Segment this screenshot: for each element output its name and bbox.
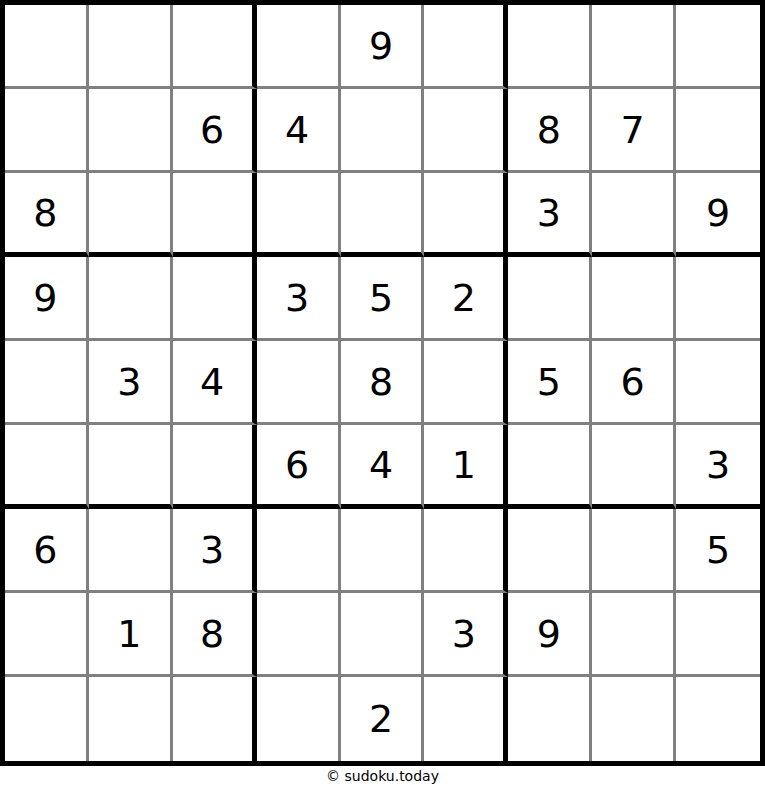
cell-r4c2[interactable] <box>89 257 173 341</box>
cell-r6c7[interactable] <box>508 425 592 509</box>
cell-r6c2[interactable] <box>89 425 173 509</box>
cell-r1c3[interactable] <box>173 5 257 89</box>
cell-r3c6[interactable] <box>424 173 508 257</box>
given-digit-r5c7[interactable]: 5 <box>508 341 592 425</box>
given-digit-r3c9[interactable]: 9 <box>676 173 760 257</box>
cell-r4c9[interactable] <box>676 257 760 341</box>
cell-r7c8[interactable] <box>592 509 676 593</box>
cell-r9c4[interactable] <box>257 677 341 761</box>
given-digit-r2c4[interactable]: 4 <box>257 89 341 173</box>
cell-r4c3[interactable] <box>173 257 257 341</box>
cell-r1c4[interactable] <box>257 5 341 89</box>
given-digit-r4c1[interactable]: 9 <box>5 257 89 341</box>
cell-r8c9[interactable] <box>676 593 760 677</box>
given-digit-r5c3[interactable]: 4 <box>173 341 257 425</box>
cell-r8c1[interactable] <box>5 593 89 677</box>
given-digit-r5c8[interactable]: 6 <box>592 341 676 425</box>
cell-r2c2[interactable] <box>89 89 173 173</box>
footer-credit-text: © sudoku.today <box>326 768 439 784</box>
cell-r7c2[interactable] <box>89 509 173 593</box>
cell-r9c7[interactable] <box>508 677 592 761</box>
cell-r2c9[interactable] <box>676 89 760 173</box>
cell-r9c3[interactable] <box>173 677 257 761</box>
given-digit-r6c5[interactable]: 4 <box>341 425 425 509</box>
cell-r6c8[interactable] <box>592 425 676 509</box>
footer-credit: © sudoku.today <box>0 766 765 785</box>
cell-r5c1[interactable] <box>5 341 89 425</box>
cell-r4c7[interactable] <box>508 257 592 341</box>
given-digit-r7c3[interactable]: 3 <box>173 509 257 593</box>
given-digit-r3c7[interactable]: 3 <box>508 173 592 257</box>
cell-r7c7[interactable] <box>508 509 592 593</box>
cell-r8c8[interactable] <box>592 593 676 677</box>
given-digit-r7c1[interactable]: 6 <box>5 509 89 593</box>
cell-r3c3[interactable] <box>173 173 257 257</box>
cell-r5c9[interactable] <box>676 341 760 425</box>
given-digit-r6c6[interactable]: 1 <box>424 425 508 509</box>
cell-r9c8[interactable] <box>592 677 676 761</box>
cell-r8c4[interactable] <box>257 593 341 677</box>
cell-r9c6[interactable] <box>424 677 508 761</box>
cell-r7c5[interactable] <box>341 509 425 593</box>
given-digit-r5c2[interactable]: 3 <box>89 341 173 425</box>
given-digit-r7c9[interactable]: 5 <box>676 509 760 593</box>
given-digit-r2c7[interactable]: 8 <box>508 89 592 173</box>
given-digit-r8c3[interactable]: 8 <box>173 593 257 677</box>
cell-r3c8[interactable] <box>592 173 676 257</box>
cell-r1c1[interactable] <box>5 5 89 89</box>
cell-r2c5[interactable] <box>341 89 425 173</box>
given-digit-r1c5[interactable]: 9 <box>341 5 425 89</box>
given-digit-r9c5[interactable]: 2 <box>341 677 425 761</box>
cell-r1c9[interactable] <box>676 5 760 89</box>
cell-r7c6[interactable] <box>424 509 508 593</box>
given-digit-r2c3[interactable]: 6 <box>173 89 257 173</box>
sudoku-board: 96487839935234856641363518392 <box>0 0 765 766</box>
cell-r9c9[interactable] <box>676 677 760 761</box>
cell-r1c7[interactable] <box>508 5 592 89</box>
given-digit-r6c9[interactable]: 3 <box>676 425 760 509</box>
cell-r3c5[interactable] <box>341 173 425 257</box>
cell-r2c1[interactable] <box>5 89 89 173</box>
cell-r5c4[interactable] <box>257 341 341 425</box>
given-digit-r8c2[interactable]: 1 <box>89 593 173 677</box>
cell-r3c4[interactable] <box>257 173 341 257</box>
cell-r5c6[interactable] <box>424 341 508 425</box>
given-digit-r6c4[interactable]: 6 <box>257 425 341 509</box>
cell-r7c4[interactable] <box>257 509 341 593</box>
given-digit-r4c6[interactable]: 2 <box>424 257 508 341</box>
given-digit-r4c5[interactable]: 5 <box>341 257 425 341</box>
cell-r8c5[interactable] <box>341 593 425 677</box>
cell-r1c6[interactable] <box>424 5 508 89</box>
cell-r1c8[interactable] <box>592 5 676 89</box>
given-digit-r3c1[interactable]: 8 <box>5 173 89 257</box>
cell-r6c1[interactable] <box>5 425 89 509</box>
cell-r2c6[interactable] <box>424 89 508 173</box>
cell-r1c2[interactable] <box>89 5 173 89</box>
cell-r4c8[interactable] <box>592 257 676 341</box>
cell-r9c1[interactable] <box>5 677 89 761</box>
cell-r6c3[interactable] <box>173 425 257 509</box>
given-digit-r8c6[interactable]: 3 <box>424 593 508 677</box>
given-digit-r5c5[interactable]: 8 <box>341 341 425 425</box>
cell-r3c2[interactable] <box>89 173 173 257</box>
given-digit-r8c7[interactable]: 9 <box>508 593 592 677</box>
given-digit-r4c4[interactable]: 3 <box>257 257 341 341</box>
cell-r9c2[interactable] <box>89 677 173 761</box>
given-digit-r2c8[interactable]: 7 <box>592 89 676 173</box>
